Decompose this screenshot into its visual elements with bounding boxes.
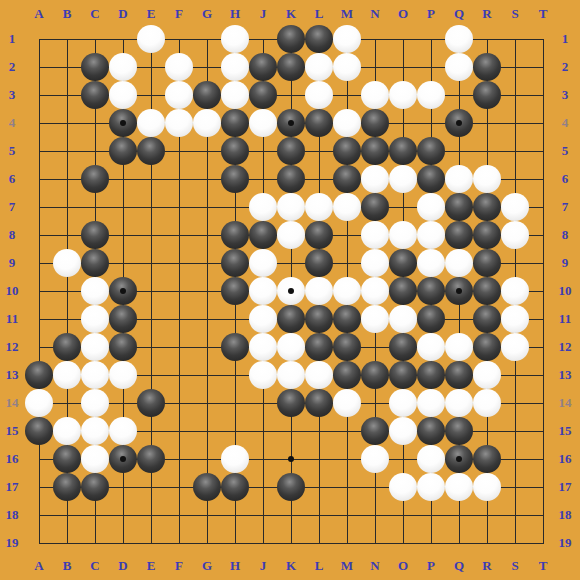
intersection-K2[interactable] [277, 53, 305, 81]
intersection-A11[interactable] [25, 305, 53, 333]
intersection-B14[interactable] [53, 389, 81, 417]
intersection-L15[interactable] [305, 417, 333, 445]
intersection-F15[interactable] [165, 417, 193, 445]
intersection-K13[interactable] [277, 361, 305, 389]
intersection-L1[interactable] [305, 25, 333, 53]
intersection-P13[interactable] [417, 361, 445, 389]
intersection-E2[interactable] [137, 53, 165, 81]
intersection-L12[interactable] [305, 333, 333, 361]
intersection-M11[interactable] [333, 305, 361, 333]
intersection-M13[interactable] [333, 361, 361, 389]
intersection-J1[interactable] [249, 25, 277, 53]
intersection-Q7[interactable] [445, 193, 473, 221]
intersection-D15[interactable] [109, 417, 137, 445]
intersection-Q12[interactable] [445, 333, 473, 361]
intersection-J19[interactable] [249, 529, 277, 557]
intersection-K15[interactable] [277, 417, 305, 445]
intersection-D18[interactable] [109, 501, 137, 529]
intersection-M10[interactable] [333, 277, 361, 305]
intersection-K7[interactable] [277, 193, 305, 221]
intersection-L2[interactable] [305, 53, 333, 81]
intersection-H11[interactable] [221, 305, 249, 333]
intersection-H15[interactable] [221, 417, 249, 445]
intersection-G13[interactable] [193, 361, 221, 389]
intersection-L18[interactable] [305, 501, 333, 529]
intersection-F8[interactable] [165, 221, 193, 249]
intersection-G16[interactable] [193, 445, 221, 473]
intersection-C18[interactable] [81, 501, 109, 529]
intersection-A15[interactable] [25, 417, 53, 445]
intersection-A5[interactable] [25, 137, 53, 165]
intersection-H14[interactable] [221, 389, 249, 417]
intersection-R19[interactable] [473, 529, 501, 557]
intersection-B9[interactable] [53, 249, 81, 277]
intersection-P18[interactable] [417, 501, 445, 529]
intersection-R9[interactable] [473, 249, 501, 277]
intersection-F4[interactable] [165, 109, 193, 137]
intersection-J2[interactable] [249, 53, 277, 81]
intersection-A13[interactable] [25, 361, 53, 389]
intersection-C19[interactable] [81, 529, 109, 557]
intersection-G15[interactable] [193, 417, 221, 445]
intersection-C9[interactable] [81, 249, 109, 277]
intersection-K9[interactable] [277, 249, 305, 277]
intersection-M6[interactable] [333, 165, 361, 193]
intersection-H1[interactable] [221, 25, 249, 53]
intersection-Q17[interactable] [445, 473, 473, 501]
intersection-F19[interactable] [165, 529, 193, 557]
intersection-A10[interactable] [25, 277, 53, 305]
intersection-K18[interactable] [277, 501, 305, 529]
intersection-C8[interactable] [81, 221, 109, 249]
intersection-P5[interactable] [417, 137, 445, 165]
intersection-G11[interactable] [193, 305, 221, 333]
intersection-F1[interactable] [165, 25, 193, 53]
intersection-C13[interactable] [81, 361, 109, 389]
intersection-A19[interactable] [25, 529, 53, 557]
intersection-H17[interactable] [221, 473, 249, 501]
intersection-L7[interactable] [305, 193, 333, 221]
intersection-D13[interactable] [109, 361, 137, 389]
intersection-O8[interactable] [389, 221, 417, 249]
intersection-J7[interactable] [249, 193, 277, 221]
intersection-P15[interactable] [417, 417, 445, 445]
intersection-B15[interactable] [53, 417, 81, 445]
intersection-R11[interactable] [473, 305, 501, 333]
intersection-G19[interactable] [193, 529, 221, 557]
intersection-B19[interactable] [53, 529, 81, 557]
intersection-D17[interactable] [109, 473, 137, 501]
intersection-L17[interactable] [305, 473, 333, 501]
intersection-H12[interactable] [221, 333, 249, 361]
intersection-R15[interactable] [473, 417, 501, 445]
intersection-N4[interactable] [361, 109, 389, 137]
intersection-A3[interactable] [25, 81, 53, 109]
intersection-N16[interactable] [361, 445, 389, 473]
intersection-G1[interactable] [193, 25, 221, 53]
intersection-A14[interactable] [25, 389, 53, 417]
intersection-C4[interactable] [81, 109, 109, 137]
intersection-P1[interactable] [417, 25, 445, 53]
intersection-S7[interactable] [501, 193, 529, 221]
intersection-H2[interactable] [221, 53, 249, 81]
intersection-M14[interactable] [333, 389, 361, 417]
intersection-A18[interactable] [25, 501, 53, 529]
intersection-N18[interactable] [361, 501, 389, 529]
intersection-Q6[interactable] [445, 165, 473, 193]
intersection-P3[interactable] [417, 81, 445, 109]
intersection-K6[interactable] [277, 165, 305, 193]
intersection-E14[interactable] [137, 389, 165, 417]
intersection-O1[interactable] [389, 25, 417, 53]
intersection-K8[interactable] [277, 221, 305, 249]
intersection-N6[interactable] [361, 165, 389, 193]
intersection-B11[interactable] [53, 305, 81, 333]
intersection-M2[interactable] [333, 53, 361, 81]
intersection-J3[interactable] [249, 81, 277, 109]
intersection-N8[interactable] [361, 221, 389, 249]
intersection-L16[interactable] [305, 445, 333, 473]
intersection-O10[interactable] [389, 277, 417, 305]
intersection-D9[interactable] [109, 249, 137, 277]
intersection-A7[interactable] [25, 193, 53, 221]
intersection-A1[interactable] [25, 25, 53, 53]
intersection-R7[interactable] [473, 193, 501, 221]
intersection-G12[interactable] [193, 333, 221, 361]
intersection-P19[interactable] [417, 529, 445, 557]
intersection-D1[interactable] [109, 25, 137, 53]
intersection-P17[interactable] [417, 473, 445, 501]
intersection-R1[interactable] [473, 25, 501, 53]
intersection-S18[interactable] [501, 501, 529, 529]
intersection-C7[interactable] [81, 193, 109, 221]
intersection-J15[interactable] [249, 417, 277, 445]
intersection-H6[interactable] [221, 165, 249, 193]
intersection-O3[interactable] [389, 81, 417, 109]
intersection-F10[interactable] [165, 277, 193, 305]
intersection-E1[interactable] [137, 25, 165, 53]
intersection-N17[interactable] [361, 473, 389, 501]
intersection-B8[interactable] [53, 221, 81, 249]
intersection-P9[interactable] [417, 249, 445, 277]
intersection-P11[interactable] [417, 305, 445, 333]
intersection-B1[interactable] [53, 25, 81, 53]
intersection-O11[interactable] [389, 305, 417, 333]
intersection-A8[interactable] [25, 221, 53, 249]
intersection-G8[interactable] [193, 221, 221, 249]
intersection-E3[interactable] [137, 81, 165, 109]
intersection-D2[interactable] [109, 53, 137, 81]
intersection-B7[interactable] [53, 193, 81, 221]
intersection-G14[interactable] [193, 389, 221, 417]
intersection-C17[interactable] [81, 473, 109, 501]
intersection-E11[interactable] [137, 305, 165, 333]
intersection-H13[interactable] [221, 361, 249, 389]
intersection-R3[interactable] [473, 81, 501, 109]
intersection-O9[interactable] [389, 249, 417, 277]
intersection-A17[interactable] [25, 473, 53, 501]
intersection-L6[interactable] [305, 165, 333, 193]
intersection-N10[interactable] [361, 277, 389, 305]
intersection-M1[interactable] [333, 25, 361, 53]
intersection-S11[interactable] [501, 305, 529, 333]
intersection-C12[interactable] [81, 333, 109, 361]
intersection-N12[interactable] [361, 333, 389, 361]
intersection-R18[interactable] [473, 501, 501, 529]
intersection-A16[interactable] [25, 445, 53, 473]
intersection-Q11[interactable] [445, 305, 473, 333]
intersection-O16[interactable] [389, 445, 417, 473]
intersection-K5[interactable] [277, 137, 305, 165]
intersection-C2[interactable] [81, 53, 109, 81]
intersection-G3[interactable] [193, 81, 221, 109]
intersection-E15[interactable] [137, 417, 165, 445]
intersection-N1[interactable] [361, 25, 389, 53]
intersection-D12[interactable] [109, 333, 137, 361]
intersection-C16[interactable] [81, 445, 109, 473]
intersection-B6[interactable] [53, 165, 81, 193]
intersection-P14[interactable] [417, 389, 445, 417]
intersection-H8[interactable] [221, 221, 249, 249]
intersection-F2[interactable] [165, 53, 193, 81]
intersection-K1[interactable] [277, 25, 305, 53]
intersection-C11[interactable] [81, 305, 109, 333]
intersection-N7[interactable] [361, 193, 389, 221]
intersection-R16[interactable] [473, 445, 501, 473]
intersection-M19[interactable] [333, 529, 361, 557]
intersection-D7[interactable] [109, 193, 137, 221]
intersection-D14[interactable] [109, 389, 137, 417]
intersection-J4[interactable] [249, 109, 277, 137]
intersection-A9[interactable] [25, 249, 53, 277]
intersection-O14[interactable] [389, 389, 417, 417]
intersection-S15[interactable] [501, 417, 529, 445]
intersection-O12[interactable] [389, 333, 417, 361]
intersection-M9[interactable] [333, 249, 361, 277]
intersection-P16[interactable] [417, 445, 445, 473]
intersection-L4[interactable] [305, 109, 333, 137]
intersection-E6[interactable] [137, 165, 165, 193]
intersection-J13[interactable] [249, 361, 277, 389]
intersection-O6[interactable] [389, 165, 417, 193]
intersection-P4[interactable] [417, 109, 445, 137]
intersection-G5[interactable] [193, 137, 221, 165]
intersection-M8[interactable] [333, 221, 361, 249]
intersection-Q8[interactable] [445, 221, 473, 249]
intersection-E16[interactable] [137, 445, 165, 473]
intersection-B2[interactable] [53, 53, 81, 81]
intersection-M12[interactable] [333, 333, 361, 361]
intersection-H5[interactable] [221, 137, 249, 165]
intersection-J11[interactable] [249, 305, 277, 333]
intersection-J10[interactable] [249, 277, 277, 305]
intersection-P7[interactable] [417, 193, 445, 221]
intersection-R13[interactable] [473, 361, 501, 389]
intersection-O15[interactable] [389, 417, 417, 445]
intersection-Q18[interactable] [445, 501, 473, 529]
intersection-N15[interactable] [361, 417, 389, 445]
intersection-B16[interactable] [53, 445, 81, 473]
intersection-N14[interactable] [361, 389, 389, 417]
intersection-R10[interactable] [473, 277, 501, 305]
intersection-G9[interactable] [193, 249, 221, 277]
intersection-D3[interactable] [109, 81, 137, 109]
intersection-M4[interactable] [333, 109, 361, 137]
intersection-M7[interactable] [333, 193, 361, 221]
intersection-L19[interactable] [305, 529, 333, 557]
intersection-S8[interactable] [501, 221, 529, 249]
intersection-A6[interactable] [25, 165, 53, 193]
intersection-D19[interactable] [109, 529, 137, 557]
intersection-E9[interactable] [137, 249, 165, 277]
intersection-L10[interactable] [305, 277, 333, 305]
intersection-G10[interactable] [193, 277, 221, 305]
intersection-D5[interactable] [109, 137, 137, 165]
intersection-P8[interactable] [417, 221, 445, 249]
intersection-K11[interactable] [277, 305, 305, 333]
intersection-P6[interactable] [417, 165, 445, 193]
intersection-Q14[interactable] [445, 389, 473, 417]
intersection-B17[interactable] [53, 473, 81, 501]
intersection-B12[interactable] [53, 333, 81, 361]
intersection-S19[interactable] [501, 529, 529, 557]
intersection-F17[interactable] [165, 473, 193, 501]
intersection-P10[interactable] [417, 277, 445, 305]
intersection-D8[interactable] [109, 221, 137, 249]
intersection-Q9[interactable] [445, 249, 473, 277]
intersection-Q5[interactable] [445, 137, 473, 165]
intersection-S17[interactable] [501, 473, 529, 501]
intersection-E13[interactable] [137, 361, 165, 389]
intersection-P12[interactable] [417, 333, 445, 361]
intersection-S3[interactable] [501, 81, 529, 109]
intersection-L13[interactable] [305, 361, 333, 389]
intersection-D11[interactable] [109, 305, 137, 333]
intersection-H7[interactable] [221, 193, 249, 221]
intersection-J8[interactable] [249, 221, 277, 249]
intersection-F16[interactable] [165, 445, 193, 473]
intersection-B18[interactable] [53, 501, 81, 529]
intersection-L5[interactable] [305, 137, 333, 165]
intersection-S12[interactable] [501, 333, 529, 361]
intersection-C10[interactable] [81, 277, 109, 305]
intersection-S6[interactable] [501, 165, 529, 193]
intersection-E12[interactable] [137, 333, 165, 361]
intersection-S10[interactable] [501, 277, 529, 305]
intersection-M15[interactable] [333, 417, 361, 445]
intersection-R12[interactable] [473, 333, 501, 361]
intersection-E4[interactable] [137, 109, 165, 137]
intersection-J6[interactable] [249, 165, 277, 193]
intersection-E10[interactable] [137, 277, 165, 305]
intersection-G7[interactable] [193, 193, 221, 221]
intersection-R14[interactable] [473, 389, 501, 417]
intersection-M18[interactable] [333, 501, 361, 529]
intersection-F9[interactable] [165, 249, 193, 277]
intersection-B13[interactable] [53, 361, 81, 389]
intersection-R6[interactable] [473, 165, 501, 193]
intersection-S4[interactable] [501, 109, 529, 137]
intersection-K19[interactable] [277, 529, 305, 557]
intersection-C3[interactable] [81, 81, 109, 109]
intersection-F14[interactable] [165, 389, 193, 417]
intersection-K12[interactable] [277, 333, 305, 361]
intersection-O13[interactable] [389, 361, 417, 389]
intersection-N5[interactable] [361, 137, 389, 165]
intersection-A2[interactable] [25, 53, 53, 81]
intersection-R2[interactable] [473, 53, 501, 81]
intersection-N13[interactable] [361, 361, 389, 389]
intersection-J17[interactable] [249, 473, 277, 501]
intersection-S5[interactable] [501, 137, 529, 165]
intersection-L9[interactable] [305, 249, 333, 277]
intersection-N11[interactable] [361, 305, 389, 333]
intersection-H9[interactable] [221, 249, 249, 277]
intersection-F5[interactable] [165, 137, 193, 165]
intersection-Q13[interactable] [445, 361, 473, 389]
intersection-S14[interactable] [501, 389, 529, 417]
intersection-F12[interactable] [165, 333, 193, 361]
intersection-A12[interactable] [25, 333, 53, 361]
intersection-O18[interactable] [389, 501, 417, 529]
intersection-E18[interactable] [137, 501, 165, 529]
intersection-N9[interactable] [361, 249, 389, 277]
intersection-K14[interactable] [277, 389, 305, 417]
intersection-L8[interactable] [305, 221, 333, 249]
intersection-F7[interactable] [165, 193, 193, 221]
intersection-L11[interactable] [305, 305, 333, 333]
intersection-B3[interactable] [53, 81, 81, 109]
intersection-K17[interactable] [277, 473, 305, 501]
intersection-S16[interactable] [501, 445, 529, 473]
intersection-H3[interactable] [221, 81, 249, 109]
intersection-J5[interactable] [249, 137, 277, 165]
intersection-O2[interactable] [389, 53, 417, 81]
intersection-E8[interactable] [137, 221, 165, 249]
intersection-F18[interactable] [165, 501, 193, 529]
intersection-S9[interactable] [501, 249, 529, 277]
intersection-C6[interactable] [81, 165, 109, 193]
intersection-J14[interactable] [249, 389, 277, 417]
intersection-M17[interactable] [333, 473, 361, 501]
intersection-R17[interactable] [473, 473, 501, 501]
intersection-P2[interactable] [417, 53, 445, 81]
intersection-Q19[interactable] [445, 529, 473, 557]
intersection-D6[interactable] [109, 165, 137, 193]
intersection-H18[interactable] [221, 501, 249, 529]
intersection-J12[interactable] [249, 333, 277, 361]
intersection-H19[interactable] [221, 529, 249, 557]
intersection-O7[interactable] [389, 193, 417, 221]
intersection-B10[interactable] [53, 277, 81, 305]
intersection-R4[interactable] [473, 109, 501, 137]
intersection-O4[interactable] [389, 109, 417, 137]
intersection-G6[interactable] [193, 165, 221, 193]
intersection-A4[interactable] [25, 109, 53, 137]
intersection-C1[interactable] [81, 25, 109, 53]
intersection-E7[interactable] [137, 193, 165, 221]
intersection-F3[interactable] [165, 81, 193, 109]
intersection-Q15[interactable] [445, 417, 473, 445]
intersection-R8[interactable] [473, 221, 501, 249]
intersection-H16[interactable] [221, 445, 249, 473]
intersection-J18[interactable] [249, 501, 277, 529]
intersection-G17[interactable] [193, 473, 221, 501]
intersection-E17[interactable] [137, 473, 165, 501]
intersection-H4[interactable] [221, 109, 249, 137]
intersection-O17[interactable] [389, 473, 417, 501]
intersection-G18[interactable] [193, 501, 221, 529]
